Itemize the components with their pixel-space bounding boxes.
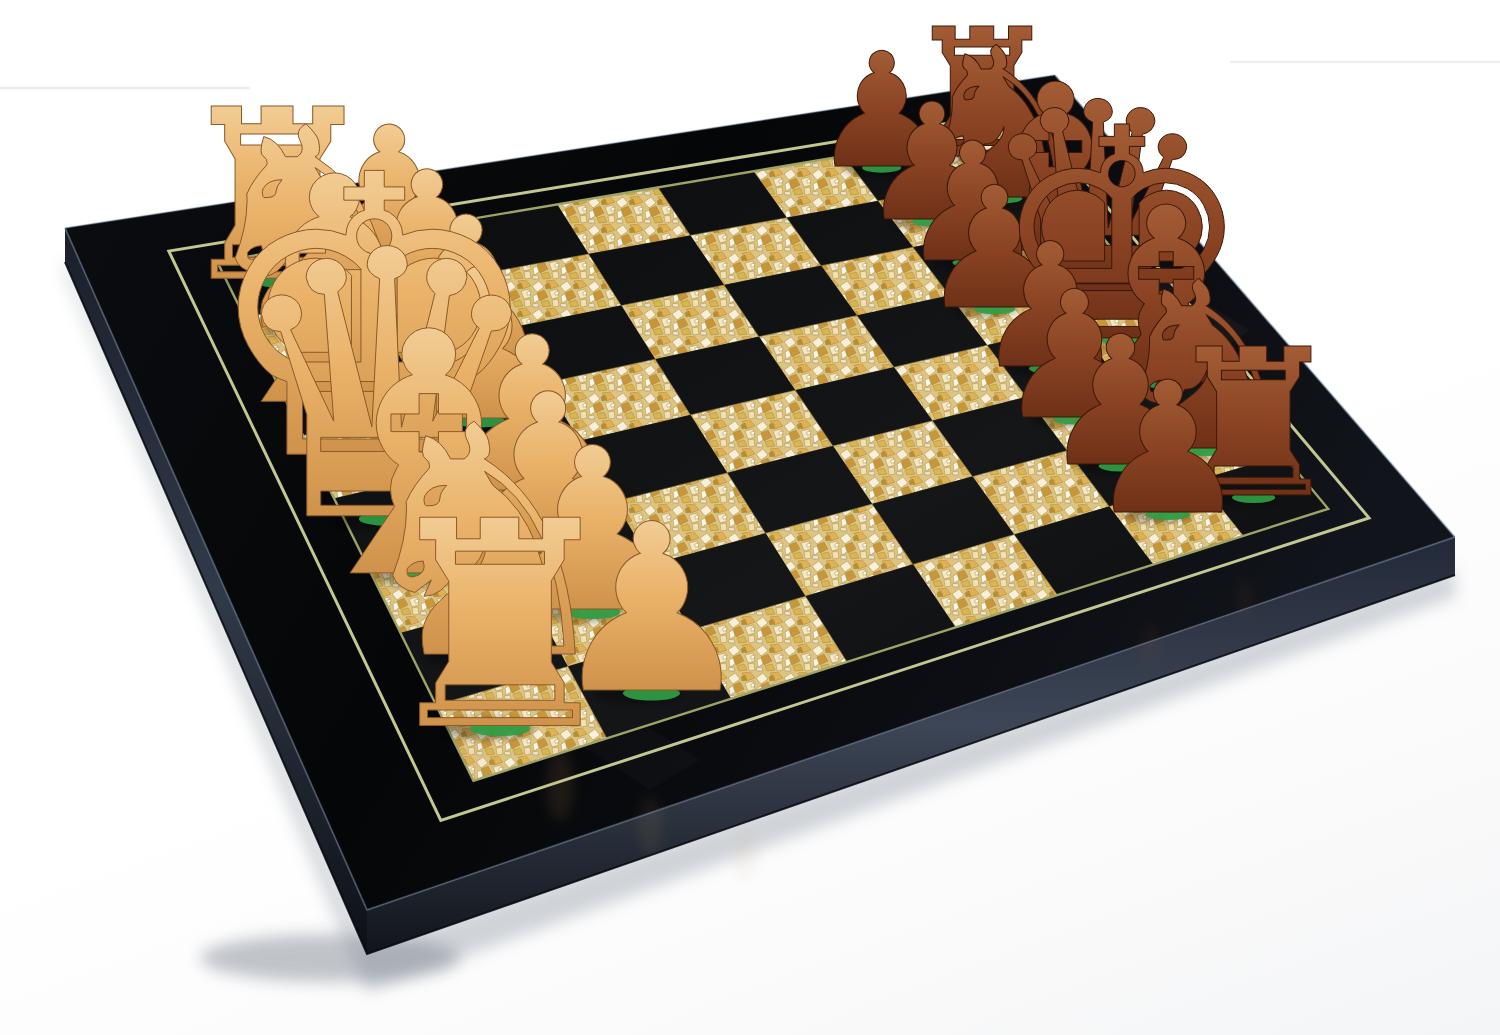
piece-glyph-pawn: ♟ xyxy=(1086,343,1249,555)
piece-glyph-rook: ♜ xyxy=(372,460,628,792)
chess-board-photo: ♜♟♞♟♝♟♟♜♛♟♟♞♚♟♟♝♝♟♟♞♚♟♟♜♟♛♟♝♟♞♟♜ xyxy=(0,0,1500,1035)
piece-black-pawn-h7: ♟ xyxy=(1086,343,1249,555)
product-photo-stage: ♜♟♞♟♝♟♟♜♛♟♟♞♚♟♟♝♝♟♟♞♚♟♟♜♟♛♟♝♟♞♟♜ xyxy=(0,0,1500,1035)
piece-white-rook-h1: ♜ xyxy=(372,460,628,792)
